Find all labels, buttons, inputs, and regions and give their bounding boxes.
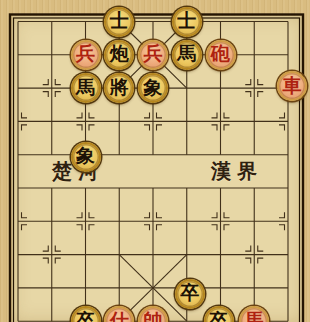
river-label-right: 漢界 (211, 161, 263, 181)
piece-glyph: 炮 (110, 44, 129, 63)
piece-black-elephant[interactable]: 象 (138, 73, 168, 103)
piece-black-cannon[interactable]: 炮 (104, 40, 134, 70)
piece-glyph: 帥 (144, 311, 163, 322)
piece-red-soldier[interactable]: 兵 (71, 40, 101, 70)
piece-glyph: 馬 (76, 78, 95, 97)
piece-glyph: 兵 (144, 44, 163, 63)
piece-black-elephant[interactable]: 象 (71, 142, 101, 172)
xiangqi-app: 楚河 漢界 士士兵炮兵馬砲馬將象車象卒卒仕帥卒馬 (0, 0, 310, 322)
piece-black-advisor[interactable]: 士 (172, 7, 202, 37)
piece-glyph: 象 (76, 146, 95, 165)
piece-glyph: 兵 (76, 44, 95, 63)
piece-red-soldier[interactable]: 兵 (138, 40, 168, 70)
piece-glyph: 士 (177, 11, 196, 30)
piece-glyph: 馬 (177, 44, 196, 63)
piece-red-chariot[interactable]: 車 (277, 71, 307, 101)
piece-glyph: 仕 (110, 311, 129, 322)
piece-glyph: 車 (283, 76, 302, 95)
piece-black-horse[interactable]: 馬 (172, 40, 202, 70)
piece-glyph: 卒 (76, 311, 95, 322)
piece-glyph: 馬 (245, 311, 264, 322)
piece-glyph: 將 (110, 78, 129, 97)
piece-glyph: 卒 (180, 283, 199, 302)
piece-black-general[interactable]: 將 (104, 73, 134, 103)
piece-glyph: 士 (110, 11, 129, 30)
piece-glyph: 砲 (211, 44, 230, 63)
piece-black-advisor[interactable]: 士 (104, 7, 134, 37)
piece-black-soldier[interactable]: 卒 (175, 279, 205, 309)
piece-glyph: 象 (144, 78, 163, 97)
piece-glyph: 卒 (209, 311, 228, 322)
piece-red-cannon[interactable]: 砲 (206, 40, 236, 70)
piece-black-horse[interactable]: 馬 (71, 73, 101, 103)
